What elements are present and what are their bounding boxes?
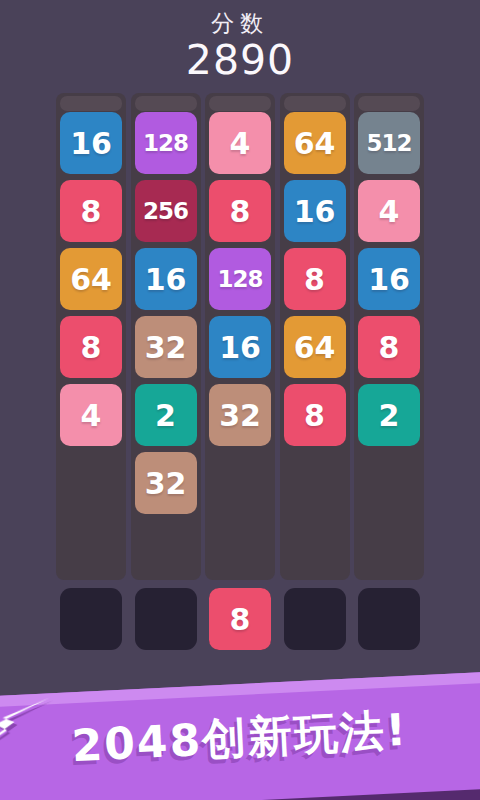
tile-32: 32 xyxy=(135,452,197,514)
next-slot-3: 8 xyxy=(209,588,271,650)
next-slot-1 xyxy=(60,588,122,650)
tile-32: 32 xyxy=(135,316,197,378)
tile-4: 4 xyxy=(358,180,420,242)
tile-32: 32 xyxy=(209,384,271,446)
tile-16: 16 xyxy=(60,112,122,174)
tile-4: 4 xyxy=(60,384,122,446)
tile-16: 16 xyxy=(358,248,420,310)
tile-16: 16 xyxy=(209,316,271,378)
next-tile-8[interactable]: 8 xyxy=(209,588,271,650)
tile-128: 128 xyxy=(209,248,271,310)
lane-top-cap xyxy=(358,96,420,111)
tile-8: 8 xyxy=(284,248,346,310)
tile-256: 256 xyxy=(135,180,197,242)
next-slot-4 xyxy=(284,588,346,650)
game-screen: 分数 2890 16128464512825681646416128816832… xyxy=(0,0,480,800)
tile-8: 8 xyxy=(284,384,346,446)
lane-top-cap xyxy=(135,96,197,111)
score-value: 2890 xyxy=(0,36,480,84)
next-slot-2 xyxy=(135,588,197,650)
tile-4: 4 xyxy=(209,112,271,174)
score-label: 分数 xyxy=(0,8,480,39)
tile-64: 64 xyxy=(284,316,346,378)
tile-64: 64 xyxy=(284,112,346,174)
lane-top-cap xyxy=(284,96,346,111)
banner-text: 2048创新玩法! xyxy=(0,696,480,781)
tile-2: 2 xyxy=(135,384,197,446)
tile-128: 128 xyxy=(135,112,197,174)
tile-8: 8 xyxy=(209,180,271,242)
tile-2: 2 xyxy=(358,384,420,446)
next-slot-5 xyxy=(358,588,420,650)
promo-banner: 2048创新玩法! xyxy=(0,671,480,800)
next-tile-row: 8 xyxy=(56,588,424,650)
tile-8: 8 xyxy=(60,316,122,378)
tile-8: 8 xyxy=(60,180,122,242)
tile-512: 512 xyxy=(358,112,420,174)
lane-top-cap xyxy=(209,96,271,111)
game-board: 1612846451282568164641612881683216648423… xyxy=(56,93,424,580)
lane-top-cap xyxy=(60,96,122,111)
tile-16: 16 xyxy=(284,180,346,242)
tile-16: 16 xyxy=(135,248,197,310)
tile-64: 64 xyxy=(60,248,122,310)
tile-8: 8 xyxy=(358,316,420,378)
